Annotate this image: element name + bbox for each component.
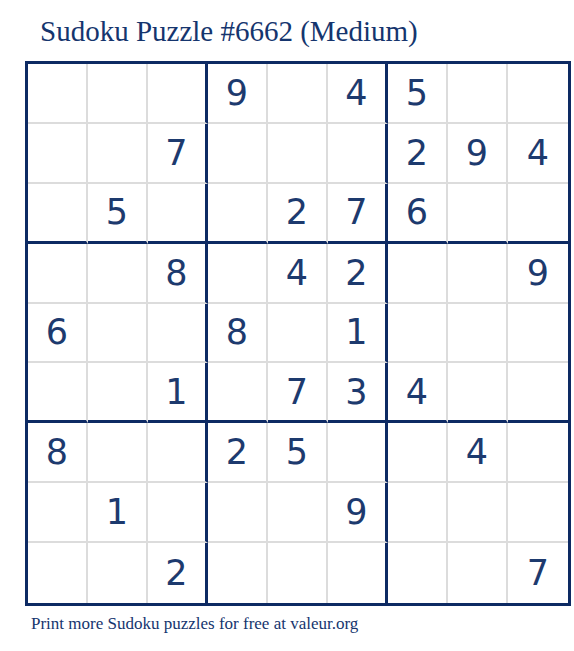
sudoku-cell-r6c4[interactable] <box>208 363 268 423</box>
sudoku-cell-r9c5[interactable] <box>268 543 328 603</box>
sudoku-cell-r1c9[interactable] <box>508 64 568 124</box>
sudoku-cell-r9c9: 7 <box>508 543 568 603</box>
sudoku-cell-r4c6: 2 <box>328 244 388 304</box>
sudoku-cell-r1c6: 4 <box>328 64 388 124</box>
sudoku-cell-r8c9[interactable] <box>508 483 568 543</box>
sudoku-cell-r7c2[interactable] <box>88 423 148 483</box>
sudoku-cell-r5c1: 6 <box>28 304 88 364</box>
sudoku-cell-r4c7[interactable] <box>388 244 448 304</box>
sudoku-cell-r3c6: 7 <box>328 184 388 244</box>
sudoku-cell-r1c4: 9 <box>208 64 268 124</box>
sudoku-cell-r4c9: 9 <box>508 244 568 304</box>
sudoku-cell-r6c7: 4 <box>388 363 448 423</box>
sudoku-cell-r8c2: 1 <box>88 483 148 543</box>
sudoku-cell-r9c2[interactable] <box>88 543 148 603</box>
sudoku-cell-r2c4[interactable] <box>208 124 268 184</box>
sudoku-cell-r3c7: 6 <box>388 184 448 244</box>
sudoku-cell-r3c2: 5 <box>88 184 148 244</box>
sudoku-cell-r2c1[interactable] <box>28 124 88 184</box>
sudoku-cell-r2c9: 4 <box>508 124 568 184</box>
sudoku-cell-r5c3[interactable] <box>148 304 208 364</box>
sudoku-cell-r2c7: 2 <box>388 124 448 184</box>
sudoku-cell-r5c5[interactable] <box>268 304 328 364</box>
page-title: Sudoku Puzzle #6662 (Medium) <box>40 14 418 48</box>
sudoku-cell-r3c8[interactable] <box>448 184 508 244</box>
sudoku-cell-r3c9[interactable] <box>508 184 568 244</box>
sudoku-cell-r5c6: 1 <box>328 304 388 364</box>
sudoku-cell-r6c3: 1 <box>148 363 208 423</box>
sudoku-cell-r2c8: 9 <box>448 124 508 184</box>
sudoku-cell-r6c6: 3 <box>328 363 388 423</box>
sudoku-cell-r4c3: 8 <box>148 244 208 304</box>
sudoku-cell-r1c5[interactable] <box>268 64 328 124</box>
sudoku-cell-r5c2[interactable] <box>88 304 148 364</box>
sudoku-cell-r6c8[interactable] <box>448 363 508 423</box>
sudoku-cell-r7c1: 8 <box>28 423 88 483</box>
sudoku-cell-r4c4[interactable] <box>208 244 268 304</box>
sudoku-cell-r9c8[interactable] <box>448 543 508 603</box>
sudoku-cell-r5c4: 8 <box>208 304 268 364</box>
sudoku-cell-r8c3[interactable] <box>148 483 208 543</box>
sudoku-cell-r8c8[interactable] <box>448 483 508 543</box>
sudoku-cell-r3c5: 2 <box>268 184 328 244</box>
sudoku-cell-r5c7[interactable] <box>388 304 448 364</box>
sudoku-cell-r4c5: 4 <box>268 244 328 304</box>
sudoku-cell-r9c1[interactable] <box>28 543 88 603</box>
sudoku-cell-r7c8: 4 <box>448 423 508 483</box>
sudoku-cell-r3c4[interactable] <box>208 184 268 244</box>
sudoku-cell-r9c7[interactable] <box>388 543 448 603</box>
sudoku-cell-r3c1[interactable] <box>28 184 88 244</box>
sudoku-cell-r1c3[interactable] <box>148 64 208 124</box>
sudoku-cell-r4c8[interactable] <box>448 244 508 304</box>
sudoku-cell-r6c2[interactable] <box>88 363 148 423</box>
sudoku-cell-r7c7[interactable] <box>388 423 448 483</box>
sudoku-cell-r4c2[interactable] <box>88 244 148 304</box>
sudoku-cell-r8c4[interactable] <box>208 483 268 543</box>
sudoku-cell-r4c1[interactable] <box>28 244 88 304</box>
sudoku-cell-r8c6: 9 <box>328 483 388 543</box>
sudoku-cell-r2c2[interactable] <box>88 124 148 184</box>
sudoku-cell-r1c7: 5 <box>388 64 448 124</box>
sudoku-board: 945729452768429681173482541927 <box>25 61 571 606</box>
sudoku-cell-r2c3: 7 <box>148 124 208 184</box>
sudoku-cell-r2c5[interactable] <box>268 124 328 184</box>
sudoku-cell-r2c6[interactable] <box>328 124 388 184</box>
sudoku-cell-r5c8[interactable] <box>448 304 508 364</box>
footer-text: Print more Sudoku puzzles for free at va… <box>31 614 358 634</box>
sudoku-cell-r6c1[interactable] <box>28 363 88 423</box>
sudoku-cell-r7c5: 5 <box>268 423 328 483</box>
sudoku-cell-r8c7[interactable] <box>388 483 448 543</box>
sudoku-cell-r8c1[interactable] <box>28 483 88 543</box>
sudoku-cell-r7c4: 2 <box>208 423 268 483</box>
sudoku-cell-r7c6[interactable] <box>328 423 388 483</box>
sudoku-cell-r1c1[interactable] <box>28 64 88 124</box>
sudoku-cell-r3c3[interactable] <box>148 184 208 244</box>
sudoku-cell-r1c2[interactable] <box>88 64 148 124</box>
sudoku-cell-r9c3: 2 <box>148 543 208 603</box>
sudoku-cell-r7c3[interactable] <box>148 423 208 483</box>
sudoku-cell-r8c5[interactable] <box>268 483 328 543</box>
sudoku-cell-r6c5: 7 <box>268 363 328 423</box>
sudoku-cell-r7c9[interactable] <box>508 423 568 483</box>
sudoku-cell-r9c4[interactable] <box>208 543 268 603</box>
sudoku-cell-r5c9[interactable] <box>508 304 568 364</box>
sudoku-cell-r6c9[interactable] <box>508 363 568 423</box>
sudoku-cell-r1c8[interactable] <box>448 64 508 124</box>
sudoku-cell-r9c6[interactable] <box>328 543 388 603</box>
